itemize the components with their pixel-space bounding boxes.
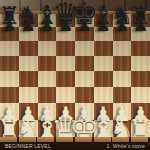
square-d3[interactable] [56,87,75,103]
square-f5[interactable] [94,56,113,71]
square-d5[interactable] [56,56,75,71]
square-g4[interactable] [113,71,132,87]
square-h6[interactable] [131,41,150,56]
square-c4[interactable] [38,71,57,87]
piece-black-pawn-e7[interactable]: ♟ [77,17,92,34]
square-e3[interactable] [75,87,94,103]
square-g3[interactable] [113,87,132,103]
square-c5[interactable] [38,56,57,71]
piece-black-pawn-a7[interactable]: ♟ [2,17,17,34]
square-h4[interactable] [131,71,150,87]
square-g5[interactable] [113,56,132,71]
level-label: BEGINNER LEVEL [5,143,51,149]
square-e4[interactable] [75,71,94,87]
piece-black-pawn-f7[interactable]: ♟ [96,17,111,34]
square-f3[interactable] [94,87,113,103]
piece-black-pawn-g7[interactable]: ♟ [114,17,129,34]
square-a6[interactable] [0,41,19,56]
square-e5[interactable] [75,56,94,71]
square-f4[interactable] [94,71,113,87]
square-a5[interactable] [0,56,19,71]
square-e6[interactable] [75,41,94,56]
piece-black-pawn-d7[interactable]: ♟ [58,17,73,34]
square-h5[interactable] [131,56,150,71]
square-g6[interactable] [113,41,132,56]
piece-black-pawn-b7[interactable]: ♟ [21,17,36,34]
square-d4[interactable] [56,71,75,87]
square-a4[interactable] [0,71,19,87]
square-b5[interactable] [19,56,38,71]
square-d6[interactable] [56,41,75,56]
square-f6[interactable] [94,41,113,56]
piece-black-pawn-c7[interactable]: ♟ [39,17,54,34]
square-b3[interactable] [19,87,38,103]
square-c6[interactable] [38,41,57,56]
status-bar: BEGINNER LEVEL 1. White's move [0,142,150,150]
square-h3[interactable] [131,87,150,103]
square-b6[interactable] [19,41,38,56]
square-a3[interactable] [0,87,19,103]
square-c3[interactable] [38,87,57,103]
move-indicator: 1. White's move [107,143,145,149]
piece-black-pawn-h7[interactable]: ♟ [133,17,148,34]
chess-app-screen: ♜♞♝♛♚♝♞♜♟♟♟♟♟♟♟♟♟♟♟♟♟♟♟♟♜♞♝♛♚♝♞♜ BEGINNE… [0,0,150,150]
square-b4[interactable] [19,71,38,87]
